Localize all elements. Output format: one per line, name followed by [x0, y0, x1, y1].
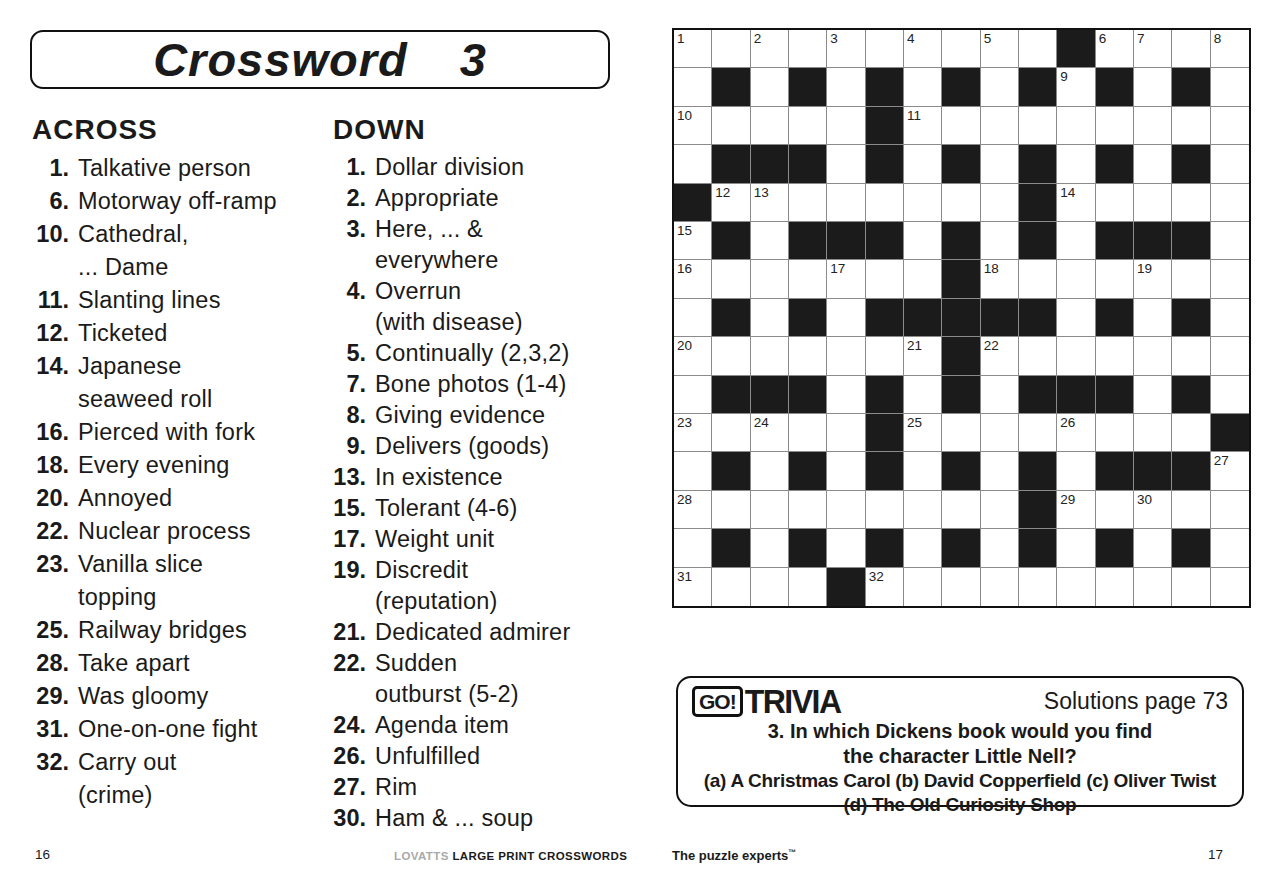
cell-r3c13[interactable]: [1134, 107, 1172, 145]
cell-r3c7[interactable]: 11: [904, 107, 942, 145]
cell-r9c5[interactable]: [827, 337, 865, 375]
cell-r10c15[interactable]: [1211, 376, 1249, 414]
cell-r5c3[interactable]: 13: [751, 184, 789, 222]
grid-clue-number: 14: [1060, 185, 1075, 200]
clue-text: Ham & ... soup: [375, 803, 533, 834]
cell-r1c3[interactable]: 2: [751, 30, 789, 68]
clue-item: 3.Here, ... & everywhere: [333, 214, 629, 276]
cell-r7c8: [942, 260, 980, 298]
cell-r6c15[interactable]: [1211, 222, 1249, 260]
cell-r11c14[interactable]: [1172, 414, 1210, 452]
clue-text: Take apart: [78, 647, 190, 680]
cell-r2c13[interactable]: [1134, 68, 1172, 106]
cell-r8c11[interactable]: [1057, 299, 1095, 337]
cell-r8c2: [712, 299, 750, 337]
grid-clue-number: 26: [1060, 415, 1075, 430]
cell-r9c10[interactable]: [1019, 337, 1057, 375]
clue-text: Rim: [375, 772, 417, 803]
clue-item: 29.Was gloomy: [32, 680, 324, 713]
clue-item: 27.Rim: [333, 772, 629, 803]
cell-r12c12: [1096, 452, 1134, 490]
cell-r2c10: [1019, 68, 1057, 106]
cell-r6c10: [1019, 222, 1057, 260]
cell-r10c1[interactable]: [674, 376, 712, 414]
clue-item: 23.Vanilla slice topping: [32, 548, 324, 614]
cell-r15c11[interactable]: [1057, 568, 1095, 606]
clue-text: Pierced with fork: [78, 416, 255, 449]
cell-r9c2[interactable]: [712, 337, 750, 375]
cell-r3c4[interactable]: [789, 107, 827, 145]
cell-r4c5[interactable]: [827, 145, 865, 183]
cell-r13c7[interactable]: [904, 491, 942, 529]
clue-number: 17.: [333, 524, 375, 555]
clue-text: Was gloomy: [78, 680, 208, 713]
clue-number: 26.: [333, 741, 375, 772]
cell-r3c5[interactable]: [827, 107, 865, 145]
tagline-text: The puzzle experts: [672, 848, 788, 863]
cell-r13c11[interactable]: 29: [1057, 491, 1095, 529]
grid-clue-number: 27: [1214, 453, 1229, 468]
clue-number: 23.: [32, 548, 78, 581]
cell-r1c13[interactable]: 7: [1134, 30, 1172, 68]
cell-r13c13[interactable]: 30: [1134, 491, 1172, 529]
trivia-answers-line2: (d) The Old Curiosity Shop: [692, 793, 1228, 817]
page-title-number: 3: [460, 32, 487, 87]
cell-r11c3[interactable]: 24: [751, 414, 789, 452]
grid-clue-number: 9: [1060, 69, 1068, 84]
cell-r4c15[interactable]: [1211, 145, 1249, 183]
cell-r13c5[interactable]: [827, 491, 865, 529]
cell-r8c6: [866, 299, 904, 337]
clue-number: 3.: [333, 214, 375, 245]
cell-r1c1[interactable]: 1: [674, 30, 712, 68]
cell-r9c15[interactable]: [1211, 337, 1249, 375]
cell-r12c11[interactable]: [1057, 452, 1095, 490]
cell-r9c6[interactable]: [866, 337, 904, 375]
cell-r11c7[interactable]: 25: [904, 414, 942, 452]
cell-r11c5[interactable]: [827, 414, 865, 452]
clue-number: 6.: [32, 185, 78, 218]
cell-r15c6[interactable]: 32: [866, 568, 904, 606]
cell-r13c15[interactable]: [1211, 491, 1249, 529]
trivia-box: GO! TRIVIA Solutions page 73 3. In which…: [676, 676, 1244, 807]
cell-r7c1[interactable]: 16: [674, 260, 712, 298]
clue-number: 1.: [32, 152, 78, 185]
clue-text: Railway bridges: [78, 614, 247, 647]
cell-r11c8[interactable]: [942, 414, 980, 452]
clue-number: 29.: [32, 680, 78, 713]
grid-clue-number: 3: [830, 31, 838, 46]
cell-r4c11[interactable]: [1057, 145, 1095, 183]
cell-r8c9: [981, 299, 1019, 337]
publisher-brand: LOVATTS LARGE PRINT CROSSWORDS: [394, 850, 627, 862]
cell-r1c10[interactable]: [1019, 30, 1057, 68]
clue-item: 5.Continually (2,3,2): [333, 338, 629, 369]
clue-item: 12.Ticketed: [32, 317, 324, 350]
clue-text: Nuclear process: [78, 515, 251, 548]
cell-r15c14[interactable]: [1172, 568, 1210, 606]
cell-r15c9[interactable]: [981, 568, 1019, 606]
cell-r14c11[interactable]: [1057, 529, 1095, 567]
cell-r14c2: [712, 529, 750, 567]
cell-r3c1[interactable]: 10: [674, 107, 712, 145]
cell-r1c5[interactable]: 3: [827, 30, 865, 68]
cell-r4c1[interactable]: [674, 145, 712, 183]
cell-r9c11[interactable]: [1057, 337, 1095, 375]
cell-r6c1[interactable]: 15: [674, 222, 712, 260]
cell-r7c7[interactable]: [904, 260, 942, 298]
cell-r15c8[interactable]: [942, 568, 980, 606]
cell-r14c1[interactable]: [674, 529, 712, 567]
cell-r2c6: [866, 68, 904, 106]
cell-r14c5[interactable]: [827, 529, 865, 567]
grid-clue-number: 25: [907, 415, 922, 430]
cell-r8c14: [1172, 299, 1210, 337]
publisher-tagline: The puzzle experts™: [672, 848, 796, 863]
cell-r4c9[interactable]: [981, 145, 1019, 183]
cell-r11c10[interactable]: [1019, 414, 1057, 452]
cell-r15c15[interactable]: [1211, 568, 1249, 606]
cell-r1c15[interactable]: 8: [1211, 30, 1249, 68]
cell-r7c3[interactable]: [751, 260, 789, 298]
clue-number: 22.: [333, 648, 375, 679]
cell-r13c6[interactable]: [866, 491, 904, 529]
cell-r6c13: [1134, 222, 1172, 260]
cell-r10c14: [1172, 376, 1210, 414]
clue-text: Ticketed: [78, 317, 168, 350]
cell-r3c9[interactable]: [981, 107, 1019, 145]
cell-r2c1[interactable]: [674, 68, 712, 106]
clue-text: Delivers (goods): [375, 431, 549, 462]
cell-r6c9[interactable]: [981, 222, 1019, 260]
cell-r11c4[interactable]: [789, 414, 827, 452]
cell-r3c15[interactable]: [1211, 107, 1249, 145]
cell-r14c10: [1019, 529, 1057, 567]
cell-r15c2[interactable]: [712, 568, 750, 606]
cell-r13c1[interactable]: 28: [674, 491, 712, 529]
cell-r9c9[interactable]: 22: [981, 337, 1019, 375]
cell-r15c1[interactable]: 31: [674, 568, 712, 606]
cell-r10c6: [866, 376, 904, 414]
cell-r5c7[interactable]: [904, 184, 942, 222]
cell-r12c6: [866, 452, 904, 490]
clue-number: 22.: [32, 515, 78, 548]
clue-item: 17.Weight unit: [333, 524, 629, 555]
cell-r1c9[interactable]: 5: [981, 30, 1019, 68]
cell-r5c5[interactable]: [827, 184, 865, 222]
clue-text: Overrun (with disease): [375, 276, 523, 338]
cell-r12c3[interactable]: [751, 452, 789, 490]
cell-r15c7[interactable]: [904, 568, 942, 606]
cell-r9c1[interactable]: 20: [674, 337, 712, 375]
cell-r14c7[interactable]: [904, 529, 942, 567]
cell-r1c12[interactable]: 6: [1096, 30, 1134, 68]
cell-r8c7: [904, 299, 942, 337]
cell-r7c6[interactable]: [866, 260, 904, 298]
cell-r13c2[interactable]: [712, 491, 750, 529]
clue-text: Sudden outburst (5-2): [375, 648, 519, 710]
cell-r12c7[interactable]: [904, 452, 942, 490]
cell-r1c7[interactable]: 4: [904, 30, 942, 68]
clue-item: 18.Every evening: [32, 449, 324, 482]
cell-r4c6: [866, 145, 904, 183]
cell-r7c15[interactable]: [1211, 260, 1249, 298]
clue-text: Japanese seaweed roll: [78, 350, 212, 416]
cell-r8c15[interactable]: [1211, 299, 1249, 337]
cell-r15c4[interactable]: [789, 568, 827, 606]
clue-text: Slanting lines: [78, 284, 221, 317]
cell-r5c9[interactable]: [981, 184, 1019, 222]
clue-item: 16.Pierced with fork: [32, 416, 324, 449]
cell-r11c2[interactable]: [712, 414, 750, 452]
clue-text: Talkative person: [78, 152, 251, 185]
cell-r11c9[interactable]: [981, 414, 1019, 452]
cell-r5c11[interactable]: 14: [1057, 184, 1095, 222]
cell-r6c12: [1096, 222, 1134, 260]
cell-r2c4: [789, 68, 827, 106]
cell-r5c8[interactable]: [942, 184, 980, 222]
cell-r14c15[interactable]: [1211, 529, 1249, 567]
clue-number: 13.: [333, 462, 375, 493]
cell-r5c6[interactable]: [866, 184, 904, 222]
cell-r7c4[interactable]: [789, 260, 827, 298]
cell-r3c12[interactable]: [1096, 107, 1134, 145]
grid-clue-number: 28: [677, 492, 692, 507]
clue-number: 21.: [333, 617, 375, 648]
cell-r6c14: [1172, 222, 1210, 260]
clue-item: 2.Appropriate: [333, 183, 629, 214]
clue-number: 19.: [333, 555, 375, 586]
cell-r10c10: [1019, 376, 1057, 414]
cell-r8c5[interactable]: [827, 299, 865, 337]
cell-r6c4: [789, 222, 827, 260]
clue-number: 28.: [32, 647, 78, 680]
cell-r1c6[interactable]: [866, 30, 904, 68]
cell-r3c14[interactable]: [1172, 107, 1210, 145]
cell-r15c13[interactable]: [1134, 568, 1172, 606]
cell-r8c1[interactable]: [674, 299, 712, 337]
cell-r6c6: [866, 222, 904, 260]
cell-r3c3[interactable]: [751, 107, 789, 145]
cell-r14c3[interactable]: [751, 529, 789, 567]
trivia-logo-text: TRIVIA: [745, 682, 841, 721]
cell-r11c12[interactable]: [1096, 414, 1134, 452]
clue-number: 8.: [333, 400, 375, 431]
cell-r6c11[interactable]: [1057, 222, 1095, 260]
cell-r10c7[interactable]: [904, 376, 942, 414]
cell-r1c4[interactable]: [789, 30, 827, 68]
cell-r5c2[interactable]: 12: [712, 184, 750, 222]
cell-r7c14[interactable]: [1172, 260, 1210, 298]
clue-number: 20.: [32, 482, 78, 515]
clue-item: 30.Ham & ... soup: [333, 803, 629, 834]
cell-r7c2[interactable]: [712, 260, 750, 298]
clue-text: Continually (2,3,2): [375, 338, 570, 369]
clue-number: 1.: [333, 152, 375, 183]
cell-r15c3[interactable]: [751, 568, 789, 606]
clue-item: 24.Agenda item: [333, 710, 629, 741]
cell-r5c4[interactable]: [789, 184, 827, 222]
cell-r10c9[interactable]: [981, 376, 1019, 414]
cell-r3c10[interactable]: [1019, 107, 1057, 145]
cell-r4c3: [751, 145, 789, 183]
cell-r12c9[interactable]: [981, 452, 1019, 490]
cell-r12c4: [789, 452, 827, 490]
clue-item: 19.Discredit (reputation): [333, 555, 629, 617]
cell-r7c13[interactable]: 19: [1134, 260, 1172, 298]
cell-r9c14[interactable]: [1172, 337, 1210, 375]
cell-r7c12[interactable]: [1096, 260, 1134, 298]
cell-r5c1: [674, 184, 712, 222]
cell-r12c1[interactable]: [674, 452, 712, 490]
cell-r8c13[interactable]: [1134, 299, 1172, 337]
clue-text: Unfulfilled: [375, 741, 480, 772]
cell-r3c11[interactable]: [1057, 107, 1095, 145]
down-clue-list: 1.Dollar division2.Appropriate3.Here, ..…: [333, 152, 629, 834]
clue-item: 11.Slanting lines: [32, 284, 324, 317]
grid-clue-number: 22: [984, 338, 999, 353]
cell-r8c4: [789, 299, 827, 337]
clue-number: 4.: [333, 276, 375, 307]
cell-r6c7[interactable]: [904, 222, 942, 260]
cell-r2c8: [942, 68, 980, 106]
cell-r6c2: [712, 222, 750, 260]
cell-r6c3[interactable]: [751, 222, 789, 260]
cell-r13c8[interactable]: [942, 491, 980, 529]
cell-r10c5[interactable]: [827, 376, 865, 414]
cell-r4c7[interactable]: [904, 145, 942, 183]
cell-r4c13[interactable]: [1134, 145, 1172, 183]
clue-text: Annoyed: [78, 482, 172, 515]
cell-r5c12[interactable]: [1096, 184, 1134, 222]
cell-r9c3[interactable]: [751, 337, 789, 375]
cell-r4c2: [712, 145, 750, 183]
cell-r2c11[interactable]: 9: [1057, 68, 1095, 106]
clue-text: Dollar division: [375, 152, 524, 183]
cell-r7c5[interactable]: 17: [827, 260, 865, 298]
cell-r14c13[interactable]: [1134, 529, 1172, 567]
trivia-question-line1: 3. In which Dickens book would you find: [692, 719, 1228, 744]
clue-text: Discredit (reputation): [375, 555, 498, 617]
cell-r3c8[interactable]: [942, 107, 980, 145]
grid-clue-number: 30: [1137, 492, 1152, 507]
clue-item: 1.Talkative person: [32, 152, 324, 185]
cell-r2c9[interactable]: [981, 68, 1019, 106]
cell-r14c12: [1096, 529, 1134, 567]
cell-r6c8: [942, 222, 980, 260]
grid-clue-number: 7: [1137, 31, 1145, 46]
grid-clue-number: 32: [869, 569, 884, 584]
cell-r15c12[interactable]: [1096, 568, 1134, 606]
cell-r11c1[interactable]: 23: [674, 414, 712, 452]
cell-r8c3[interactable]: [751, 299, 789, 337]
cell-r14c9[interactable]: [981, 529, 1019, 567]
cell-r14c6: [866, 529, 904, 567]
clue-item: 6.Motorway off-ramp: [32, 185, 324, 218]
grid-clue-number: 29: [1060, 492, 1075, 507]
clue-item: 31.One-on-one fight: [32, 713, 324, 746]
down-header: DOWN: [333, 114, 426, 146]
cell-r4c14: [1172, 145, 1210, 183]
grid-clue-number: 19: [1137, 261, 1152, 276]
cell-r1c8[interactable]: [942, 30, 980, 68]
cell-r2c7[interactable]: [904, 68, 942, 106]
clue-number: 2.: [333, 183, 375, 214]
clue-text: Here, ... & everywhere: [375, 214, 498, 276]
page-title: Crossword: [153, 32, 408, 87]
cell-r11c6: [866, 414, 904, 452]
clue-item: 26.Unfulfilled: [333, 741, 629, 772]
cell-r10c8: [942, 376, 980, 414]
cell-r5c13[interactable]: [1134, 184, 1172, 222]
grid-clue-number: 16: [677, 261, 692, 276]
clue-text: Agenda item: [375, 710, 509, 741]
grid-clue-number: 2: [754, 31, 762, 46]
cell-r5c14[interactable]: [1172, 184, 1210, 222]
cell-r7c9[interactable]: 18: [981, 260, 1019, 298]
cell-r3c2[interactable]: [712, 107, 750, 145]
cell-r5c15[interactable]: [1211, 184, 1249, 222]
cell-r13c3[interactable]: [751, 491, 789, 529]
clue-item: 32.Carry out (crime): [32, 746, 324, 812]
clue-item: 14.Japanese seaweed roll: [32, 350, 324, 416]
cell-r9c7[interactable]: 21: [904, 337, 942, 375]
cell-r13c10: [1019, 491, 1057, 529]
cell-r2c15[interactable]: [1211, 68, 1249, 106]
cell-r13c12[interactable]: [1096, 491, 1134, 529]
go-trivia-logo: GO! TRIVIA: [692, 683, 841, 720]
clue-number: 7.: [333, 369, 375, 400]
cell-r12c5[interactable]: [827, 452, 865, 490]
cell-r2c3[interactable]: [751, 68, 789, 106]
crossword-page: Crossword 3 ACROSS DOWN 1.Talkative pers…: [0, 0, 1280, 879]
cell-r1c2[interactable]: [712, 30, 750, 68]
grid-clue-number: 21: [907, 338, 922, 353]
clue-text: Giving evidence: [375, 400, 545, 431]
cell-r8c8: [942, 299, 980, 337]
clue-text: Motorway off-ramp: [78, 185, 277, 218]
grid-clue-number: 20: [677, 338, 692, 353]
cell-r9c13[interactable]: [1134, 337, 1172, 375]
grid-clue-number: 23: [677, 415, 692, 430]
cell-r13c9[interactable]: [981, 491, 1019, 529]
brand-lovatts: LOVATTS: [394, 850, 449, 862]
cell-r12c2: [712, 452, 750, 490]
cell-r11c11[interactable]: 26: [1057, 414, 1095, 452]
cell-r12c15[interactable]: 27: [1211, 452, 1249, 490]
crossword-grid: 1234567891011121314151617181920212223242…: [672, 28, 1251, 608]
clue-number: 30.: [333, 803, 375, 834]
cell-r2c5[interactable]: [827, 68, 865, 106]
cell-r1c14[interactable]: [1172, 30, 1210, 68]
cell-r7c11[interactable]: [1057, 260, 1095, 298]
cell-r9c4[interactable]: [789, 337, 827, 375]
cell-r13c4[interactable]: [789, 491, 827, 529]
cell-r10c13[interactable]: [1134, 376, 1172, 414]
cell-r12c8: [942, 452, 980, 490]
cell-r9c12[interactable]: [1096, 337, 1134, 375]
clue-number: 15.: [333, 493, 375, 524]
cell-r15c10[interactable]: [1019, 568, 1057, 606]
cell-r7c10[interactable]: [1019, 260, 1057, 298]
clue-text: One-on-one fight: [78, 713, 258, 746]
cell-r13c14[interactable]: [1172, 491, 1210, 529]
cell-r14c4: [789, 529, 827, 567]
grid-clue-number: 5: [984, 31, 992, 46]
clue-item: 22.Nuclear process: [32, 515, 324, 548]
cell-r11c13[interactable]: [1134, 414, 1172, 452]
grid-clue-number: 24: [754, 415, 769, 430]
